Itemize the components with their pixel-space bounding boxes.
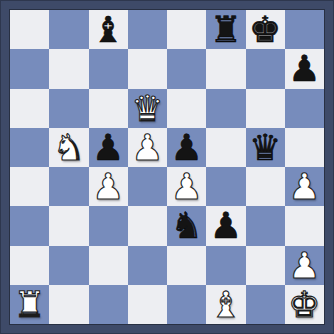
square-f8[interactable]: ♜ xyxy=(206,10,245,49)
black-pawn[interactable]: ♟ xyxy=(170,128,202,167)
black-pawn[interactable]: ♟ xyxy=(288,49,320,88)
black-rook[interactable]: ♜ xyxy=(210,10,242,49)
square-d4[interactable] xyxy=(128,167,167,206)
white-pawn[interactable]: ♟ xyxy=(92,167,124,206)
square-d7[interactable] xyxy=(128,49,167,88)
square-h1[interactable]: ♚ xyxy=(285,285,324,324)
square-f1[interactable]: ♝ xyxy=(206,285,245,324)
square-e7[interactable] xyxy=(167,49,206,88)
square-e4[interactable]: ♟ xyxy=(167,167,206,206)
square-e2[interactable] xyxy=(167,246,206,285)
square-c2[interactable] xyxy=(89,246,128,285)
white-pawn[interactable]: ♟ xyxy=(288,246,320,285)
square-d5[interactable]: ♟ xyxy=(128,128,167,167)
square-d2[interactable] xyxy=(128,246,167,285)
square-b5[interactable]: ♞ xyxy=(49,128,88,167)
square-g8[interactable]: ♚ xyxy=(246,10,285,49)
white-queen[interactable]: ♛ xyxy=(131,89,163,128)
square-f5[interactable] xyxy=(206,128,245,167)
square-a3[interactable] xyxy=(10,206,49,245)
square-c3[interactable] xyxy=(89,206,128,245)
square-b3[interactable] xyxy=(49,206,88,245)
square-h6[interactable] xyxy=(285,89,324,128)
square-a1[interactable]: ♜ xyxy=(10,285,49,324)
square-a4[interactable] xyxy=(10,167,49,206)
square-d1[interactable] xyxy=(128,285,167,324)
square-h4[interactable]: ♟ xyxy=(285,167,324,206)
square-g6[interactable] xyxy=(246,89,285,128)
square-e5[interactable]: ♟ xyxy=(167,128,206,167)
square-f2[interactable] xyxy=(206,246,245,285)
square-g2[interactable] xyxy=(246,246,285,285)
square-a5[interactable] xyxy=(10,128,49,167)
white-pawn[interactable]: ♟ xyxy=(131,128,163,167)
white-king[interactable]: ♚ xyxy=(288,285,320,324)
square-e3[interactable]: ♞ xyxy=(167,206,206,245)
square-f7[interactable] xyxy=(206,49,245,88)
square-a6[interactable] xyxy=(10,89,49,128)
square-f4[interactable] xyxy=(206,167,245,206)
square-b7[interactable] xyxy=(49,49,88,88)
square-b2[interactable] xyxy=(49,246,88,285)
square-a8[interactable] xyxy=(10,10,49,49)
square-g7[interactable] xyxy=(246,49,285,88)
black-pawn[interactable]: ♟ xyxy=(210,206,242,245)
square-c1[interactable] xyxy=(89,285,128,324)
square-g4[interactable] xyxy=(246,167,285,206)
square-d6[interactable]: ♛ xyxy=(128,89,167,128)
square-b8[interactable] xyxy=(49,10,88,49)
white-rook[interactable]: ♜ xyxy=(13,285,45,324)
black-king[interactable]: ♚ xyxy=(249,10,281,49)
square-d3[interactable] xyxy=(128,206,167,245)
square-f3[interactable]: ♟ xyxy=(206,206,245,245)
square-c6[interactable] xyxy=(89,89,128,128)
square-h8[interactable] xyxy=(285,10,324,49)
black-bishop[interactable]: ♝ xyxy=(92,10,124,49)
square-g1[interactable] xyxy=(246,285,285,324)
square-e6[interactable] xyxy=(167,89,206,128)
white-knight[interactable]: ♞ xyxy=(53,128,85,167)
black-knight[interactable]: ♞ xyxy=(170,206,202,245)
square-b1[interactable] xyxy=(49,285,88,324)
square-h3[interactable] xyxy=(285,206,324,245)
black-pawn[interactable]: ♟ xyxy=(92,128,124,167)
white-pawn[interactable]: ♟ xyxy=(170,167,202,206)
square-g5[interactable]: ♛ xyxy=(246,128,285,167)
square-e1[interactable] xyxy=(167,285,206,324)
square-h2[interactable]: ♟ xyxy=(285,246,324,285)
square-c5[interactable]: ♟ xyxy=(89,128,128,167)
square-c8[interactable]: ♝ xyxy=(89,10,128,49)
square-e8[interactable] xyxy=(167,10,206,49)
chess-board: ♝♜♚♟♛♞♟♟♟♛♟♟♟♞♟♟♜♝♚ xyxy=(0,0,334,334)
square-g3[interactable] xyxy=(246,206,285,245)
square-d8[interactable] xyxy=(128,10,167,49)
square-c7[interactable] xyxy=(89,49,128,88)
black-queen[interactable]: ♛ xyxy=(249,128,281,167)
square-f6[interactable] xyxy=(206,89,245,128)
square-c4[interactable]: ♟ xyxy=(89,167,128,206)
square-h5[interactable] xyxy=(285,128,324,167)
square-b6[interactable] xyxy=(49,89,88,128)
square-a2[interactable] xyxy=(10,246,49,285)
board-grid: ♝♜♚♟♛♞♟♟♟♛♟♟♟♞♟♟♜♝♚ xyxy=(10,10,324,324)
square-h7[interactable]: ♟ xyxy=(285,49,324,88)
white-bishop[interactable]: ♝ xyxy=(210,285,242,324)
square-b4[interactable] xyxy=(49,167,88,206)
white-pawn[interactable]: ♟ xyxy=(288,167,320,206)
square-a7[interactable] xyxy=(10,49,49,88)
